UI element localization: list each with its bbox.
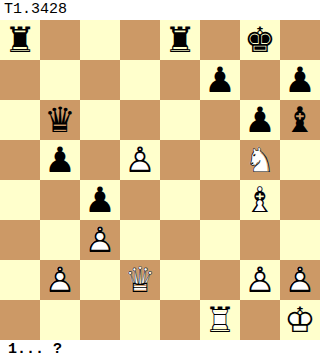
- white-rook-fill: ♜: [200, 300, 240, 340]
- white-pawn-fill: ♟: [280, 260, 320, 300]
- square-c3[interactable]: ♟♙: [80, 220, 120, 260]
- piece-black-rook[interactable]: ♜: [0, 20, 40, 60]
- square-b2[interactable]: ♟♙: [40, 260, 80, 300]
- square-g3[interactable]: [240, 220, 280, 260]
- piece-black-pawn[interactable]: ♟: [80, 180, 120, 220]
- title-bar: T1.3428: [0, 0, 320, 20]
- square-d1[interactable]: [120, 300, 160, 340]
- white-pawn-fill: ♟: [120, 140, 160, 180]
- square-d3[interactable]: [120, 220, 160, 260]
- square-c7[interactable]: [80, 60, 120, 100]
- square-e1[interactable]: [160, 300, 200, 340]
- white-pawn-fill: ♟: [240, 260, 280, 300]
- square-b4[interactable]: [40, 180, 80, 220]
- square-e7[interactable]: [160, 60, 200, 100]
- square-b8[interactable]: [40, 20, 80, 60]
- square-a5[interactable]: [0, 140, 40, 180]
- square-h6[interactable]: ♝: [280, 100, 320, 140]
- square-b7[interactable]: [40, 60, 80, 100]
- piece-black-rook[interactable]: ♜: [160, 20, 200, 60]
- piece-black-queen[interactable]: ♛: [40, 100, 80, 140]
- piece-black-pawn[interactable]: ♟: [240, 100, 280, 140]
- square-f6[interactable]: [200, 100, 240, 140]
- square-c5[interactable]: [80, 140, 120, 180]
- square-a3[interactable]: [0, 220, 40, 260]
- square-d4[interactable]: [120, 180, 160, 220]
- square-f1[interactable]: ♜♖: [200, 300, 240, 340]
- white-knight-fill: ♞: [240, 140, 280, 180]
- square-c4[interactable]: ♟: [80, 180, 120, 220]
- white-pawn-fill: ♟: [40, 260, 80, 300]
- square-e2[interactable]: [160, 260, 200, 300]
- square-c8[interactable]: [80, 20, 120, 60]
- square-d2[interactable]: ♛♕: [120, 260, 160, 300]
- piece-black-king[interactable]: ♚: [240, 20, 280, 60]
- square-h8[interactable]: [280, 20, 320, 60]
- square-b5[interactable]: ♟: [40, 140, 80, 180]
- white-king-fill: ♚: [280, 300, 320, 340]
- piece-black-pawn[interactable]: ♟: [40, 140, 80, 180]
- square-h3[interactable]: [280, 220, 320, 260]
- square-e6[interactable]: [160, 100, 200, 140]
- square-f4[interactable]: [200, 180, 240, 220]
- square-d5[interactable]: ♟♙: [120, 140, 160, 180]
- square-g7[interactable]: [240, 60, 280, 100]
- square-h5[interactable]: [280, 140, 320, 180]
- square-a1[interactable]: [0, 300, 40, 340]
- piece-white-knight[interactable]: ♘: [240, 140, 280, 180]
- square-e3[interactable]: [160, 220, 200, 260]
- square-g4[interactable]: ♝♗: [240, 180, 280, 220]
- piece-white-king[interactable]: ♔: [280, 300, 320, 340]
- square-c2[interactable]: [80, 260, 120, 300]
- square-a8[interactable]: ♜: [0, 20, 40, 60]
- piece-black-bishop[interactable]: ♝: [280, 100, 320, 140]
- square-g1[interactable]: [240, 300, 280, 340]
- square-c6[interactable]: [80, 100, 120, 140]
- puzzle-id: T1.3428: [4, 0, 67, 20]
- square-g5[interactable]: ♞♘: [240, 140, 280, 180]
- square-f8[interactable]: [200, 20, 240, 60]
- square-b1[interactable]: [40, 300, 80, 340]
- white-pawn-fill: ♟: [80, 220, 120, 260]
- square-d7[interactable]: [120, 60, 160, 100]
- square-f5[interactable]: [200, 140, 240, 180]
- square-a4[interactable]: [0, 180, 40, 220]
- status-bar: 1... ?: [0, 340, 320, 360]
- square-g6[interactable]: ♟: [240, 100, 280, 140]
- square-f2[interactable]: [200, 260, 240, 300]
- square-c1[interactable]: [80, 300, 120, 340]
- piece-white-pawn[interactable]: ♙: [40, 260, 80, 300]
- square-g2[interactable]: ♟♙: [240, 260, 280, 300]
- square-f3[interactable]: [200, 220, 240, 260]
- chess-board: ♜♜♚♟♟♛♟♝♟♟♙♞♘♟♝♗♟♙♟♙♛♕♟♙♟♙♜♖♚♔: [0, 20, 320, 340]
- piece-white-pawn[interactable]: ♙: [80, 220, 120, 260]
- square-a6[interactable]: [0, 100, 40, 140]
- piece-black-pawn[interactable]: ♟: [200, 60, 240, 100]
- square-a2[interactable]: [0, 260, 40, 300]
- square-d8[interactable]: [120, 20, 160, 60]
- square-b3[interactable]: [40, 220, 80, 260]
- square-h2[interactable]: ♟♙: [280, 260, 320, 300]
- square-b6[interactable]: ♛: [40, 100, 80, 140]
- square-h4[interactable]: [280, 180, 320, 220]
- square-h7[interactable]: ♟: [280, 60, 320, 100]
- square-e4[interactable]: [160, 180, 200, 220]
- piece-white-pawn[interactable]: ♙: [240, 260, 280, 300]
- square-g8[interactable]: ♚: [240, 20, 280, 60]
- square-h1[interactable]: ♚♔: [280, 300, 320, 340]
- white-bishop-fill: ♝: [240, 180, 280, 220]
- square-a7[interactable]: [0, 60, 40, 100]
- square-d6[interactable]: [120, 100, 160, 140]
- piece-white-queen[interactable]: ♕: [120, 260, 160, 300]
- square-e8[interactable]: ♜: [160, 20, 200, 60]
- move-prompt: 1... ?: [8, 340, 62, 360]
- square-f7[interactable]: ♟: [200, 60, 240, 100]
- piece-white-rook[interactable]: ♖: [200, 300, 240, 340]
- white-queen-fill: ♛: [120, 260, 160, 300]
- piece-black-pawn[interactable]: ♟: [280, 60, 320, 100]
- piece-white-pawn[interactable]: ♙: [120, 140, 160, 180]
- square-e5[interactable]: [160, 140, 200, 180]
- piece-white-pawn[interactable]: ♙: [280, 260, 320, 300]
- piece-white-bishop[interactable]: ♗: [240, 180, 280, 220]
